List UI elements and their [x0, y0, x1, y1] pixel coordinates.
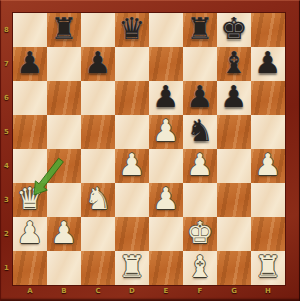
square-h1[interactable]: ♜	[251, 251, 285, 285]
square-d8[interactable]: ♛	[115, 13, 149, 47]
black-pawn[interactable]: ♟	[17, 46, 44, 80]
square-c3[interactable]: ♞	[81, 183, 115, 217]
square-a1[interactable]	[13, 251, 47, 285]
square-a2[interactable]: ♟	[13, 217, 47, 251]
black-rook[interactable]: ♜	[187, 12, 214, 46]
square-a5[interactable]	[13, 115, 47, 149]
square-b2[interactable]: ♟	[47, 217, 81, 251]
file-label-c: C	[81, 285, 115, 299]
square-c5[interactable]	[81, 115, 115, 149]
rank-label-1: 1	[0, 251, 13, 285]
white-queen[interactable]: ♛	[17, 182, 44, 216]
file-label-e: E	[149, 285, 183, 299]
square-g7[interactable]: ♝	[217, 47, 251, 81]
square-c4[interactable]	[81, 149, 115, 183]
square-h2[interactable]	[251, 217, 285, 251]
white-rook[interactable]: ♜	[255, 250, 282, 284]
rank-label-4: 4	[0, 149, 13, 183]
square-f1[interactable]: ♝	[183, 251, 217, 285]
square-d2[interactable]	[115, 217, 149, 251]
square-h8[interactable]	[251, 13, 285, 47]
square-d6[interactable]	[115, 81, 149, 115]
black-pawn[interactable]: ♟	[187, 80, 214, 114]
square-e7[interactable]	[149, 47, 183, 81]
square-b4[interactable]	[47, 149, 81, 183]
square-f4[interactable]: ♟	[183, 149, 217, 183]
square-d1[interactable]: ♜	[115, 251, 149, 285]
chess-board[interactable]: ♜♛♜♚♟♟♝♟♟♟♟♟♞♟♟♟♛♞♟♟♟♚♜♝♜	[13, 13, 285, 285]
white-king[interactable]: ♚	[187, 216, 214, 250]
square-f5[interactable]: ♞	[183, 115, 217, 149]
square-d4[interactable]: ♟	[115, 149, 149, 183]
file-coordinates: ABCDEFGH	[13, 285, 285, 301]
black-pawn[interactable]: ♟	[85, 46, 112, 80]
square-h6[interactable]	[251, 81, 285, 115]
rank-label-3: 3	[0, 183, 13, 217]
black-pawn[interactable]: ♟	[255, 46, 282, 80]
square-c1[interactable]	[81, 251, 115, 285]
square-h7[interactable]: ♟	[251, 47, 285, 81]
black-pawn[interactable]: ♟	[221, 80, 248, 114]
white-knight[interactable]: ♞	[85, 182, 112, 216]
black-queen[interactable]: ♛	[119, 12, 146, 46]
square-e1[interactable]	[149, 251, 183, 285]
square-h5[interactable]	[251, 115, 285, 149]
file-label-f: F	[183, 285, 217, 299]
square-c6[interactable]	[81, 81, 115, 115]
black-pawn[interactable]: ♟	[153, 80, 180, 114]
square-a4[interactable]	[13, 149, 47, 183]
black-king[interactable]: ♚	[221, 12, 248, 46]
square-g8[interactable]: ♚	[217, 13, 251, 47]
rank-label-2: 2	[0, 217, 13, 251]
square-a7[interactable]: ♟	[13, 47, 47, 81]
square-e5[interactable]: ♟	[149, 115, 183, 149]
rank-label-8: 8	[0, 13, 13, 47]
white-pawn[interactable]: ♟	[17, 216, 44, 250]
square-d5[interactable]	[115, 115, 149, 149]
square-f2[interactable]: ♚	[183, 217, 217, 251]
square-e6[interactable]: ♟	[149, 81, 183, 115]
square-c2[interactable]	[81, 217, 115, 251]
square-h4[interactable]: ♟	[251, 149, 285, 183]
square-g2[interactable]	[217, 217, 251, 251]
white-bishop[interactable]: ♝	[187, 250, 214, 284]
square-g6[interactable]: ♟	[217, 81, 251, 115]
square-d7[interactable]	[115, 47, 149, 81]
rank-label-6: 6	[0, 81, 13, 115]
square-a6[interactable]	[13, 81, 47, 115]
file-label-h: H	[251, 285, 285, 299]
white-pawn[interactable]: ♟	[51, 216, 78, 250]
square-g3[interactable]	[217, 183, 251, 217]
white-pawn[interactable]: ♟	[119, 148, 146, 182]
rank-label-7: 7	[0, 47, 13, 81]
square-a8[interactable]	[13, 13, 47, 47]
square-e3[interactable]: ♟	[149, 183, 183, 217]
square-b7[interactable]	[47, 47, 81, 81]
white-pawn[interactable]: ♟	[153, 114, 180, 148]
file-label-g: G	[217, 285, 251, 299]
white-pawn[interactable]: ♟	[153, 182, 180, 216]
white-rook[interactable]: ♜	[119, 250, 146, 284]
rank-label-5: 5	[0, 115, 13, 149]
square-b5[interactable]	[47, 115, 81, 149]
square-g4[interactable]	[217, 149, 251, 183]
square-f8[interactable]: ♜	[183, 13, 217, 47]
square-a3[interactable]: ♛	[13, 183, 47, 217]
square-f3[interactable]	[183, 183, 217, 217]
file-label-b: B	[47, 285, 81, 299]
white-pawn[interactable]: ♟	[255, 148, 282, 182]
square-f7[interactable]	[183, 47, 217, 81]
square-g5[interactable]	[217, 115, 251, 149]
square-f6[interactable]: ♟	[183, 81, 217, 115]
square-b6[interactable]	[47, 81, 81, 115]
square-d3[interactable]	[115, 183, 149, 217]
black-knight[interactable]: ♞	[187, 114, 214, 148]
square-e2[interactable]	[149, 217, 183, 251]
rank-coordinates: 87654321	[0, 13, 13, 285]
square-c7[interactable]: ♟	[81, 47, 115, 81]
square-b8[interactable]: ♜	[47, 13, 81, 47]
file-label-d: D	[115, 285, 149, 299]
square-c8[interactable]	[81, 13, 115, 47]
square-e8[interactable]	[149, 13, 183, 47]
square-g1[interactable]	[217, 251, 251, 285]
black-rook[interactable]: ♜	[51, 12, 78, 46]
black-bishop[interactable]: ♝	[221, 46, 248, 80]
file-label-a: A	[13, 285, 47, 299]
white-pawn[interactable]: ♟	[187, 148, 214, 182]
square-h3[interactable]	[251, 183, 285, 217]
square-b3[interactable]	[47, 183, 81, 217]
square-b1[interactable]	[47, 251, 81, 285]
chess-board-frame: ♜♛♜♚♟♟♝♟♟♟♟♟♞♟♟♟♛♞♟♟♟♚♜♝♜ 87654321 ABCDE…	[0, 0, 300, 301]
square-e4[interactable]	[149, 149, 183, 183]
